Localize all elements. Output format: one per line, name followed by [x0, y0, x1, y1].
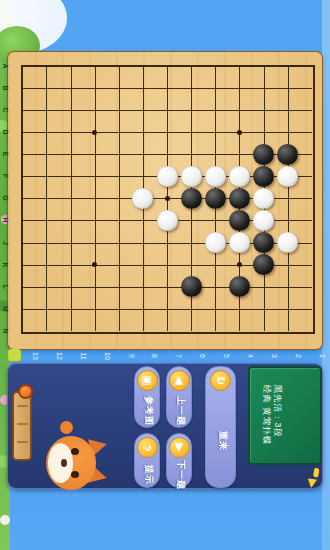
refresh-icon: ↻: [210, 370, 231, 391]
column-label: 7: [175, 354, 182, 358]
row-label: H: [1, 218, 8, 223]
prev-label: 上一题: [174, 396, 187, 426]
black-stone: [277, 144, 298, 165]
flower-blob: [0, 515, 10, 525]
fox-mascot: [35, 427, 107, 503]
star-point: [237, 262, 242, 267]
row-label: C: [1, 107, 8, 112]
row-label: M: [1, 306, 8, 312]
black-stone: [229, 276, 250, 297]
white-stone: [181, 166, 202, 187]
white-stone: [205, 166, 226, 187]
up-arrow-icon: ◀: [169, 370, 190, 391]
row-label: L: [1, 285, 8, 289]
column-label: 8: [151, 354, 158, 358]
white-stone: [229, 166, 250, 187]
white-stone: [157, 210, 178, 231]
row-label: K: [1, 262, 8, 267]
answer-label: 参考图: [142, 396, 155, 426]
black-stone: [181, 188, 202, 209]
wooden-sign: [12, 391, 32, 461]
row-label: J: [1, 241, 8, 245]
column-label: 11: [79, 352, 86, 359]
control-panel: ▣参考图?提示◀上一题▶下一题↻重来 经典 黄莺扑蝶 黑先活：3段 ▼: [7, 363, 323, 489]
column-label: 9: [127, 354, 134, 358]
white-stone: [253, 210, 274, 231]
black-stone: [253, 254, 274, 275]
row-label: N: [1, 328, 8, 333]
column-label: 5: [223, 354, 230, 358]
grid-line-v: [288, 66, 289, 331]
column-label: 1: [318, 354, 325, 358]
grid-line-h: [22, 309, 311, 310]
white-stone: [205, 232, 226, 253]
problem-info-panel: 经典 黄莺扑蝶 黑先活：3段: [248, 366, 322, 465]
white-stone: [157, 166, 178, 187]
white-stone: [253, 188, 274, 209]
column-label: 2: [294, 354, 301, 358]
black-stone: [205, 188, 226, 209]
white-stone: [277, 166, 298, 187]
go-board[interactable]: [8, 52, 322, 349]
black-stone: [253, 166, 274, 187]
next-problem-arrow-icon[interactable]: ▼: [301, 465, 330, 490]
star-point: [237, 130, 242, 135]
star-point: [165, 196, 170, 201]
row-label: A: [1, 63, 8, 68]
star-point: [92, 130, 97, 135]
row-label: F: [1, 174, 8, 178]
problem-task: 黑先活：3段: [271, 384, 283, 437]
mushroom-icon: [18, 384, 33, 399]
hint-label: 提示: [142, 465, 155, 485]
question-icon: ?: [137, 437, 158, 458]
corner-chip: [8, 349, 21, 362]
answer-button[interactable]: ▣参考图: [134, 366, 160, 428]
black-stone: [253, 232, 274, 253]
restart-button[interactable]: ↻重来: [205, 366, 236, 488]
row-label: G: [1, 196, 8, 201]
column-label: 10: [103, 352, 110, 360]
black-stone: [229, 210, 250, 231]
black-stone: [229, 188, 250, 209]
row-label: E: [1, 152, 8, 157]
column-label: 13: [32, 352, 39, 360]
column-label: 12: [55, 352, 62, 360]
hint-button[interactable]: ?提示: [134, 433, 160, 488]
row-label: B: [1, 85, 8, 90]
white-stone: [229, 232, 250, 253]
prev-button[interactable]: ◀上一题: [166, 366, 192, 428]
black-stone: [253, 144, 274, 165]
column-label: 3: [270, 354, 277, 358]
diagram-icon: ▣: [137, 370, 158, 391]
black-stone: [181, 276, 202, 297]
column-label: 4: [247, 354, 254, 358]
next-label: 下一题: [174, 460, 187, 490]
white-stone: [277, 232, 298, 253]
down-arrow-icon: ▶: [169, 437, 190, 458]
next-button[interactable]: ▶下一题: [166, 433, 192, 488]
row-label: D: [1, 129, 8, 134]
column-label: 6: [199, 354, 206, 358]
restart-label: 重来: [215, 431, 228, 451]
app-screen: 13121110987654321 ABCDEFGHJKLMN ▣参考图?提示◀…: [0, 0, 330, 550]
grid-line-h: [22, 287, 311, 288]
